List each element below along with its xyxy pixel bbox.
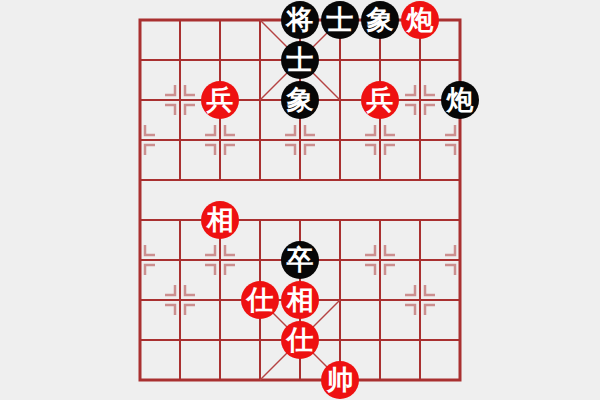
- piece-red-pawn[interactable]: 兵: [201, 81, 239, 119]
- piece-black-general[interactable]: 将: [281, 1, 319, 39]
- piece-black-pawn[interactable]: 卒: [281, 241, 319, 279]
- piece-red-cannon[interactable]: 炮: [401, 1, 439, 39]
- pieces-layer: 将士象炮士兵象兵炮相卒仕相仕帅: [0, 0, 600, 400]
- piece-red-pawn[interactable]: 兵: [361, 81, 399, 119]
- piece-black-elephant[interactable]: 象: [281, 81, 319, 119]
- piece-black-cannon[interactable]: 炮: [441, 81, 479, 119]
- piece-black-advisor[interactable]: 士: [321, 1, 359, 39]
- piece-red-general[interactable]: 帅: [321, 361, 359, 399]
- piece-red-advisor[interactable]: 仕: [281, 321, 319, 359]
- piece-red-elephant[interactable]: 相: [281, 281, 319, 319]
- piece-black-elephant[interactable]: 象: [361, 1, 399, 39]
- piece-red-advisor[interactable]: 仕: [241, 281, 279, 319]
- piece-black-advisor[interactable]: 士: [281, 41, 319, 79]
- piece-red-elephant[interactable]: 相: [201, 201, 239, 239]
- xiangqi-app: 将士象炮士兵象兵炮相卒仕相仕帅: [0, 0, 600, 400]
